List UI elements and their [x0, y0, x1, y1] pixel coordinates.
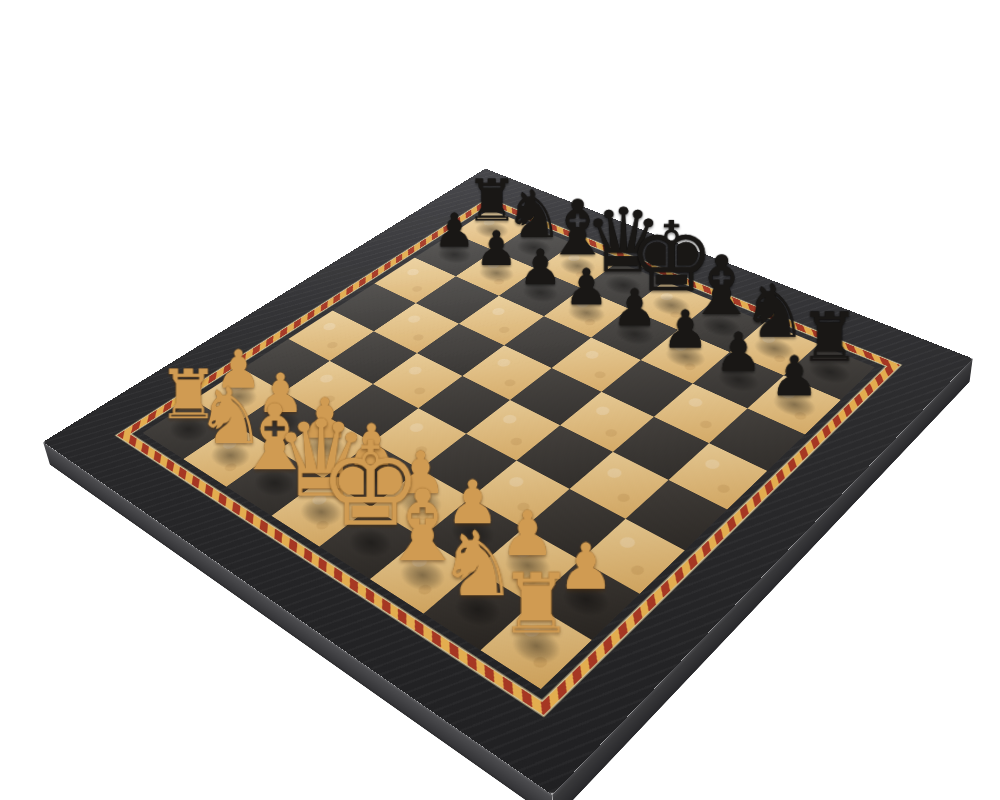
scene-tilt: ♜♞♝♛♚♝♞♜♟♟♟♟♟♟♟♟♟♟♟♟♟♟♟♟♜♞♝♛♚♝♞♜: [0, 0, 1000, 800]
pieces-layer: ♜♞♝♛♚♝♞♜♟♟♟♟♟♟♟♟♟♟♟♟♟♟♟♟♜♞♝♛♚♝♞♜: [142, 209, 874, 689]
white-rook-icon: ♜: [499, 562, 573, 645]
white-rook-billboard: ♜: [463, 475, 609, 646]
scene-perspective: ♜♞♝♛♚♝♞♜♟♟♟♟♟♟♟♟♟♟♟♟♟♟♟♟♜♞♝♛♚♝♞♜: [0, 0, 1000, 800]
chessboard: ♜♞♝♛♚♝♞♜♟♟♟♟♟♟♟♟♟♟♟♟♟♟♟♟♜♞♝♛♚♝♞♜: [43, 169, 973, 795]
chess-set-photo: ♜♞♝♛♚♝♞♜♟♟♟♟♟♟♟♟♟♟♟♟♟♟♟♟♜♞♝♛♚♝♞♜: [0, 0, 1000, 800]
black-pawn-billboard: ♟: [733, 261, 856, 404]
black-pawn-icon: ♟: [769, 349, 819, 404]
